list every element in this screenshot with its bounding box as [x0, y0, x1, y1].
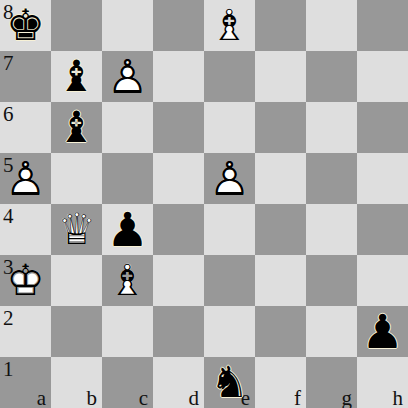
square-b3[interactable] — [51, 255, 102, 306]
rank-label-4: 4 — [3, 204, 14, 228]
square-d4[interactable] — [153, 204, 204, 255]
square-f8[interactable] — [255, 0, 306, 51]
square-g5[interactable] — [306, 153, 357, 204]
white-pawn-a5[interactable]: ♟♙ — [0, 153, 51, 204]
chess-board: 8♚♝♗7♝♟♙6♝5♟♙♟♙4♛♕♟3♚♔♝♗2♟1abcde♞fgh — [0, 0, 408, 408]
bishop-glyph-outline: ♗ — [204, 0, 255, 51]
square-a5[interactable]: 5♟♙ — [0, 153, 51, 204]
file-label-c: c — [139, 387, 148, 408]
square-a7[interactable]: 7 — [0, 51, 51, 102]
square-g4[interactable] — [306, 204, 357, 255]
file-label-h: h — [393, 387, 404, 408]
white-queen-b4[interactable]: ♛♕ — [51, 204, 102, 255]
square-g1[interactable]: g — [306, 357, 357, 408]
file-label-a: a — [37, 387, 46, 408]
square-a6[interactable]: 6 — [0, 102, 51, 153]
square-c5[interactable] — [102, 153, 153, 204]
square-e4[interactable] — [204, 204, 255, 255]
square-d1[interactable]: d — [153, 357, 204, 408]
square-f5[interactable] — [255, 153, 306, 204]
chess-diagram: 8♚♝♗7♝♟♙6♝5♟♙♟♙4♛♕♟3♚♔♝♗2♟1abcde♞fgh — [0, 0, 408, 408]
square-b8[interactable] — [51, 0, 102, 51]
square-h3[interactable] — [357, 255, 408, 306]
square-g2[interactable] — [306, 306, 357, 357]
square-f4[interactable] — [255, 204, 306, 255]
square-b5[interactable] — [51, 153, 102, 204]
square-h1[interactable]: h — [357, 357, 408, 408]
square-h5[interactable] — [357, 153, 408, 204]
square-d6[interactable] — [153, 102, 204, 153]
square-a8[interactable]: 8♚ — [0, 0, 51, 51]
square-a1[interactable]: 1a — [0, 357, 51, 408]
king-glyph-outline: ♔ — [0, 255, 51, 306]
square-h8[interactable] — [357, 0, 408, 51]
pawn-glyph-outline: ♙ — [204, 153, 255, 204]
square-f3[interactable] — [255, 255, 306, 306]
square-b7[interactable]: ♝ — [51, 51, 102, 102]
square-b6[interactable]: ♝ — [51, 102, 102, 153]
white-bishop-c3[interactable]: ♝♗ — [102, 255, 153, 306]
bishop-glyph-outline: ♗ — [102, 255, 153, 306]
square-c6[interactable] — [102, 102, 153, 153]
square-h7[interactable] — [357, 51, 408, 102]
pawn-glyph-outline: ♙ — [102, 51, 153, 102]
square-g6[interactable] — [306, 102, 357, 153]
file-label-d: d — [189, 387, 200, 408]
square-d5[interactable] — [153, 153, 204, 204]
square-c8[interactable] — [102, 0, 153, 51]
bishop-glyph: ♝ — [51, 51, 102, 102]
black-king-a8[interactable]: ♚ — [0, 0, 51, 51]
square-e1[interactable]: e♞ — [204, 357, 255, 408]
square-h2[interactable]: ♟ — [357, 306, 408, 357]
square-c4[interactable]: ♟ — [102, 204, 153, 255]
square-c7[interactable]: ♟♙ — [102, 51, 153, 102]
square-b2[interactable] — [51, 306, 102, 357]
square-c2[interactable] — [102, 306, 153, 357]
white-bishop-e8[interactable]: ♝♗ — [204, 0, 255, 51]
square-e3[interactable] — [204, 255, 255, 306]
white-king-a3[interactable]: ♚♔ — [0, 255, 51, 306]
square-d2[interactable] — [153, 306, 204, 357]
black-pawn-h2[interactable]: ♟ — [357, 306, 408, 357]
square-a3[interactable]: 3♚♔ — [0, 255, 51, 306]
square-h6[interactable] — [357, 102, 408, 153]
bishop-glyph: ♝ — [51, 102, 102, 153]
square-c3[interactable]: ♝♗ — [102, 255, 153, 306]
pawn-glyph: ♟ — [357, 306, 408, 357]
square-e7[interactable] — [204, 51, 255, 102]
pawn-glyph-outline: ♙ — [0, 153, 51, 204]
square-h4[interactable] — [357, 204, 408, 255]
square-g3[interactable] — [306, 255, 357, 306]
square-b1[interactable]: b — [51, 357, 102, 408]
queen-glyph-outline: ♕ — [51, 204, 102, 255]
square-g8[interactable] — [306, 0, 357, 51]
white-pawn-c7[interactable]: ♟♙ — [102, 51, 153, 102]
square-c1[interactable]: c — [102, 357, 153, 408]
knight-glyph: ♞ — [204, 357, 255, 408]
square-b4[interactable]: ♛♕ — [51, 204, 102, 255]
black-knight-e1[interactable]: ♞ — [204, 357, 255, 408]
square-d8[interactable] — [153, 0, 204, 51]
square-f6[interactable] — [255, 102, 306, 153]
square-e8[interactable]: ♝♗ — [204, 0, 255, 51]
rank-label-1: 1 — [3, 357, 14, 381]
king-glyph: ♚ — [0, 0, 51, 51]
square-e5[interactable]: ♟♙ — [204, 153, 255, 204]
black-bishop-b7[interactable]: ♝ — [51, 51, 102, 102]
square-g7[interactable] — [306, 51, 357, 102]
square-f7[interactable] — [255, 51, 306, 102]
pawn-glyph: ♟ — [102, 204, 153, 255]
rank-label-7: 7 — [3, 51, 14, 75]
square-d3[interactable] — [153, 255, 204, 306]
square-e2[interactable] — [204, 306, 255, 357]
rank-label-6: 6 — [3, 102, 14, 126]
white-pawn-e5[interactable]: ♟♙ — [204, 153, 255, 204]
black-bishop-b6[interactable]: ♝ — [51, 102, 102, 153]
square-a2[interactable]: 2 — [0, 306, 51, 357]
square-e6[interactable] — [204, 102, 255, 153]
file-label-f: f — [294, 387, 301, 408]
rank-label-2: 2 — [3, 306, 14, 330]
square-a4[interactable]: 4 — [0, 204, 51, 255]
square-f2[interactable] — [255, 306, 306, 357]
file-label-g: g — [342, 387, 353, 408]
file-label-b: b — [87, 387, 98, 408]
square-f1[interactable]: f — [255, 357, 306, 408]
black-pawn-c4[interactable]: ♟ — [102, 204, 153, 255]
square-d7[interactable] — [153, 51, 204, 102]
